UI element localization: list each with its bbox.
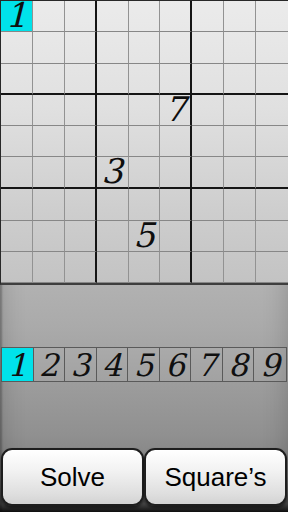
board-cell-r2c3[interactable] bbox=[97, 64, 129, 95]
board-cell-r7c1[interactable] bbox=[33, 221, 65, 252]
board-cell-r1c7[interactable] bbox=[224, 32, 256, 63]
board-cell-r8c4[interactable] bbox=[129, 252, 161, 283]
given-digit: 3 bbox=[101, 156, 123, 186]
board-cell-r8c3[interactable] bbox=[97, 252, 129, 283]
board-cell-r1c4[interactable] bbox=[129, 32, 161, 63]
board-cell-r7c0[interactable] bbox=[1, 221, 33, 252]
board-cell-r0c8[interactable] bbox=[256, 1, 288, 32]
board-cell-r2c4[interactable] bbox=[129, 64, 161, 95]
board-cell-r3c8[interactable] bbox=[256, 95, 288, 126]
board-cell-r4c6[interactable] bbox=[192, 126, 224, 157]
action-bar: Solve Square’s bbox=[1, 448, 287, 506]
board-cell-r2c2[interactable] bbox=[65, 64, 97, 95]
board-cell-r0c5[interactable] bbox=[160, 1, 192, 32]
board-cell-r6c6[interactable] bbox=[192, 189, 224, 220]
board-cell-r0c4[interactable] bbox=[129, 1, 161, 32]
board-cell-r5c8[interactable] bbox=[256, 157, 288, 189]
board-cell-r6c8[interactable] bbox=[256, 189, 288, 220]
board-cell-r7c3[interactable] bbox=[97, 221, 129, 252]
board-cell-r0c7[interactable] bbox=[224, 1, 256, 32]
board-cell-r7c2[interactable] bbox=[65, 221, 97, 252]
board-cell-r4c5[interactable] bbox=[160, 126, 192, 157]
board-cell-r3c5[interactable]: 7 bbox=[160, 95, 192, 126]
board-cell-r6c1[interactable] bbox=[33, 189, 65, 220]
board-cell-r3c7[interactable] bbox=[224, 95, 256, 126]
board-cell-r2c1[interactable] bbox=[33, 64, 65, 95]
board-cell-r1c8[interactable] bbox=[256, 32, 288, 63]
board-cell-r5c4[interactable] bbox=[129, 157, 161, 189]
board-cell-r5c0[interactable] bbox=[1, 157, 33, 189]
board-cell-r5c2[interactable] bbox=[65, 157, 97, 189]
given-digit: 5 bbox=[133, 220, 155, 250]
board-cell-r6c2[interactable] bbox=[65, 189, 97, 220]
given-digit: 1 bbox=[6, 0, 28, 30]
board-cell-r8c7[interactable] bbox=[224, 252, 256, 283]
board-cell-r8c2[interactable] bbox=[65, 252, 97, 283]
board-cell-r3c6[interactable] bbox=[192, 95, 224, 126]
board-cell-r4c7[interactable] bbox=[224, 126, 256, 157]
board-cell-r5c7[interactable] bbox=[224, 157, 256, 189]
board-cell-r3c1[interactable] bbox=[33, 95, 65, 126]
board-cell-r4c2[interactable] bbox=[65, 126, 97, 157]
board-cell-r2c6[interactable] bbox=[192, 64, 224, 95]
numpad-key-4[interactable]: 4 bbox=[97, 348, 129, 381]
board-cell-r5c3[interactable]: 3 bbox=[97, 157, 129, 189]
board-cell-r4c0[interactable] bbox=[1, 126, 33, 157]
board-cell-r6c5[interactable] bbox=[160, 189, 192, 220]
squares-button[interactable]: Square’s bbox=[144, 448, 287, 506]
board-cell-r2c7[interactable] bbox=[224, 64, 256, 95]
board-cell-r1c2[interactable] bbox=[65, 32, 97, 63]
sudoku-app-screen: 1735 123456789 Solve Square’s bbox=[0, 0, 288, 512]
board-cell-r1c0[interactable] bbox=[1, 32, 33, 63]
numpad-key-6[interactable]: 6 bbox=[160, 348, 192, 381]
numpad-key-7[interactable]: 7 bbox=[191, 348, 223, 381]
board-cell-r3c0[interactable] bbox=[1, 95, 33, 126]
numpad-key-5[interactable]: 5 bbox=[128, 348, 160, 381]
board-cell-r0c0[interactable]: 1 bbox=[1, 1, 33, 32]
board-cell-r0c2[interactable] bbox=[65, 1, 97, 32]
board-cell-r7c8[interactable] bbox=[256, 221, 288, 252]
board-cell-r8c0[interactable] bbox=[1, 252, 33, 283]
board-cell-r6c3[interactable] bbox=[97, 189, 129, 220]
board-cell-r6c7[interactable] bbox=[224, 189, 256, 220]
number-pad: 123456789 bbox=[1, 347, 287, 382]
board-cell-r3c4[interactable] bbox=[129, 95, 161, 126]
board-cell-r1c6[interactable] bbox=[192, 32, 224, 63]
board-cell-r0c1[interactable] bbox=[33, 1, 65, 32]
board-cell-r1c3[interactable] bbox=[97, 32, 129, 63]
board-cell-r2c8[interactable] bbox=[256, 64, 288, 95]
numpad-key-3[interactable]: 3 bbox=[65, 348, 97, 381]
solve-button[interactable]: Solve bbox=[1, 448, 144, 506]
given-digit: 7 bbox=[165, 94, 187, 124]
board-cell-r3c2[interactable] bbox=[65, 95, 97, 126]
board-cell-r8c8[interactable] bbox=[256, 252, 288, 283]
board-cell-r8c6[interactable] bbox=[192, 252, 224, 283]
numpad-key-8[interactable]: 8 bbox=[223, 348, 255, 381]
board-cell-r1c1[interactable] bbox=[33, 32, 65, 63]
board-cell-r7c7[interactable] bbox=[224, 221, 256, 252]
board-cell-r0c6[interactable] bbox=[192, 1, 224, 32]
board-cell-r3c3[interactable] bbox=[97, 95, 129, 126]
board-cell-r4c8[interactable] bbox=[256, 126, 288, 157]
numpad-key-2[interactable]: 2 bbox=[34, 348, 66, 381]
board-cell-r4c1[interactable] bbox=[33, 126, 65, 157]
board-cell-r8c1[interactable] bbox=[33, 252, 65, 283]
numpad-key-1[interactable]: 1 bbox=[2, 348, 34, 381]
board-cell-r7c5[interactable] bbox=[160, 221, 192, 252]
sudoku-board: 1735 bbox=[0, 0, 288, 285]
board-cell-r4c4[interactable] bbox=[129, 126, 161, 157]
board-cell-r5c5[interactable] bbox=[160, 157, 192, 189]
board-cell-r5c1[interactable] bbox=[33, 157, 65, 189]
board-cell-r1c5[interactable] bbox=[160, 32, 192, 63]
numpad-key-9[interactable]: 9 bbox=[254, 348, 286, 381]
board-cell-r7c6[interactable] bbox=[192, 221, 224, 252]
board-cell-r7c4[interactable]: 5 bbox=[129, 221, 161, 252]
board-cell-r6c0[interactable] bbox=[1, 189, 33, 220]
board-cell-r8c5[interactable] bbox=[160, 252, 192, 283]
board-cell-r0c3[interactable] bbox=[97, 1, 129, 32]
board-cell-r5c6[interactable] bbox=[192, 157, 224, 189]
board-cell-r2c0[interactable] bbox=[1, 64, 33, 95]
